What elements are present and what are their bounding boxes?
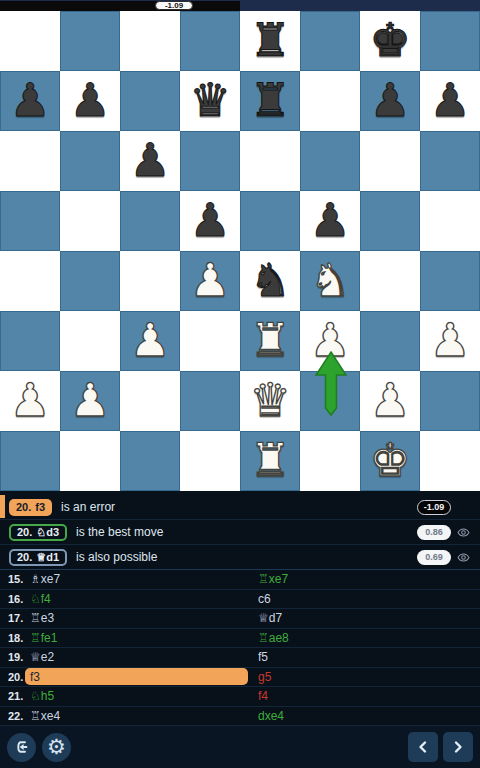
square-a7[interactable]: ♟ [0, 71, 60, 131]
black-pawn: ♟ [120, 131, 180, 191]
eval-score-pill: 0.69 [417, 550, 451, 565]
square-f8[interactable] [300, 11, 360, 71]
square-e1[interactable]: ♜ [240, 431, 300, 491]
move-list: 15.♗xe7♖xe716.♘f4c617.♖e3♕d718.♖fe1♖ae81… [0, 570, 480, 726]
assessment-row-1[interactable]: 20.f3is an error-1.09 [0, 495, 480, 520]
move-list-row: 16.♘f4c6 [0, 590, 480, 610]
square-a4[interactable] [0, 251, 60, 311]
move-assessment-panel: 20.f3is an error-1.0920.♘d3is the best m… [0, 491, 480, 570]
square-a6[interactable] [0, 131, 60, 191]
move-list-number: 18. [0, 632, 25, 644]
square-d2[interactable] [180, 371, 240, 431]
move-number: 20. [16, 501, 31, 513]
black-move[interactable]: g5 [253, 670, 271, 684]
square-g4[interactable] [360, 251, 420, 311]
square-b5[interactable] [60, 191, 120, 251]
square-a8[interactable] [0, 11, 60, 71]
white-move-cell: ♕e2 [25, 648, 253, 667]
square-g2[interactable]: ♟ [360, 371, 420, 431]
white-pawn: ♟ [420, 311, 480, 371]
black-move-cell: ♕d7 [253, 609, 480, 628]
white-pawn: ♟ [180, 251, 240, 311]
eye-icon [457, 526, 470, 539]
white-move-cell: ♖xe4 [25, 707, 253, 726]
white-move[interactable]: ♘f4 [25, 592, 51, 606]
square-b4[interactable] [60, 251, 120, 311]
move-list-row: 18.♖fe1♖ae8 [0, 629, 480, 649]
move-list-number: 22. [0, 710, 25, 722]
move-san: ♕d1 [36, 551, 59, 564]
black-pawn: ♟ [300, 191, 360, 251]
square-b8[interactable] [60, 11, 120, 71]
square-h6[interactable] [420, 131, 480, 191]
square-h8[interactable] [420, 11, 480, 71]
black-knight: ♞ [240, 251, 300, 311]
eval-score-pill: -1.09 [417, 500, 451, 515]
move-list-number: 21. [0, 690, 25, 702]
move-number: 20. [17, 551, 32, 563]
black-move[interactable]: c6 [253, 592, 271, 606]
move-badge[interactable]: 20.f3 [9, 499, 52, 516]
move-list-number: 17. [0, 612, 25, 624]
square-g6[interactable] [360, 131, 420, 191]
eval-bar-black-segment [0, 1, 240, 11]
square-f5[interactable]: ♟ [300, 191, 360, 251]
white-move[interactable]: ♗xe7 [25, 572, 60, 586]
move-list-row: 19.♕e2f5 [0, 648, 480, 668]
move-badge[interactable]: 20.♕d1 [9, 549, 67, 566]
show-line-button[interactable] [451, 551, 470, 564]
white-rook: ♜ [240, 431, 300, 491]
exit-icon [14, 739, 30, 755]
black-move-cell: ♖ae8 [253, 629, 480, 648]
square-a1[interactable] [0, 431, 60, 491]
black-move-cell: g5 [253, 668, 480, 687]
square-d3[interactable] [180, 311, 240, 371]
white-move-cell: ♘h5 [25, 687, 253, 706]
move-list-number: 20. [0, 671, 25, 683]
eye-icon [457, 551, 470, 564]
move-list-number: 19. [0, 651, 25, 663]
square-e3[interactable]: ♜ [240, 311, 300, 371]
square-f3[interactable]: ♟ [300, 311, 360, 371]
square-g7[interactable]: ♟ [360, 71, 420, 131]
black-move[interactable]: ♖ae8 [253, 631, 289, 645]
black-rook: ♜ [240, 71, 300, 131]
square-d6[interactable] [180, 131, 240, 191]
square-e2[interactable]: ♛ [240, 371, 300, 431]
square-d5[interactable]: ♟ [180, 191, 240, 251]
assessment-row-3[interactable]: 20.♕d1is also possible0.69 [0, 545, 480, 570]
square-c2[interactable] [120, 371, 180, 431]
black-pawn: ♟ [360, 71, 420, 131]
square-h7[interactable]: ♟ [420, 71, 480, 131]
square-b1[interactable] [60, 431, 120, 491]
settings-button[interactable]: ⚙ [42, 733, 71, 762]
square-e8[interactable]: ♜ [240, 11, 300, 71]
square-g3[interactable] [360, 311, 420, 371]
chevron-left-icon [415, 739, 431, 755]
black-move-cell: c6 [253, 590, 480, 609]
black-pawn: ♟ [420, 71, 480, 131]
square-d1[interactable] [180, 431, 240, 491]
black-move[interactable]: ♕d7 [253, 611, 282, 625]
chess-board: ♜♚♟♟♛♜♟♟♟♟♟♟♞♞♟♜♟♟♟♟♛♟♜♚ [0, 11, 480, 491]
square-c7[interactable] [120, 71, 180, 131]
move-san: f3 [35, 501, 45, 513]
square-g1[interactable]: ♚ [360, 431, 420, 491]
black-move-cell: f5 [253, 648, 480, 667]
square-d8[interactable] [180, 11, 240, 71]
black-move-cell: f4 [253, 687, 480, 706]
square-f2[interactable] [300, 371, 360, 431]
move-san: ♘d3 [36, 526, 59, 539]
black-move[interactable]: f4 [253, 689, 268, 703]
white-pawn: ♟ [120, 311, 180, 371]
square-d7[interactable]: ♛ [180, 71, 240, 131]
move-list-row: 21.♘h5f4 [0, 687, 480, 707]
assessment-row-2[interactable]: 20.♘d3is the best move0.86 [0, 520, 480, 545]
black-rook: ♜ [240, 11, 300, 71]
square-f1[interactable] [300, 431, 360, 491]
square-c5[interactable] [120, 191, 180, 251]
square-e7[interactable]: ♜ [240, 71, 300, 131]
error-accent-strip [0, 495, 5, 518]
black-king: ♚ [360, 11, 420, 71]
black-queen: ♛ [180, 71, 240, 131]
white-move[interactable]: f3 [25, 668, 248, 685]
square-g5[interactable] [360, 191, 420, 251]
square-f6[interactable] [300, 131, 360, 191]
square-h1[interactable] [420, 431, 480, 491]
square-b2[interactable]: ♟ [60, 371, 120, 431]
black-move[interactable]: f5 [253, 650, 268, 664]
white-king: ♚ [360, 431, 420, 491]
square-a3[interactable] [0, 311, 60, 371]
square-h3[interactable]: ♟ [420, 311, 480, 371]
white-pawn: ♟ [60, 371, 120, 431]
assessment-label: is an error [61, 500, 115, 514]
square-f4[interactable]: ♞ [300, 251, 360, 311]
board-area: ♜♚♟♟♛♜♟♟♟♟♟♟♞♞♟♜♟♟♟♟♛♟♜♚ [0, 11, 480, 491]
move-badge[interactable]: 20.♘d3 [9, 524, 67, 541]
square-e4[interactable]: ♞ [240, 251, 300, 311]
square-a5[interactable] [0, 191, 60, 251]
move-list-row: 20.f3g5 [0, 668, 480, 688]
white-move-cell: ♘f4 [25, 590, 253, 609]
square-c8[interactable] [120, 11, 180, 71]
square-a2[interactable]: ♟ [0, 371, 60, 431]
white-pawn: ♟ [0, 371, 60, 431]
previous-move-button[interactable] [408, 732, 438, 762]
black-move[interactable]: dxe4 [253, 709, 284, 723]
black-move-cell: ♖xe7 [253, 570, 480, 589]
white-move[interactable]: ♖fe1 [25, 631, 57, 645]
exit-review-button[interactable] [7, 733, 36, 762]
next-move-button[interactable] [443, 732, 473, 762]
square-c4[interactable] [120, 251, 180, 311]
square-h5[interactable] [420, 191, 480, 251]
white-rook: ♜ [240, 311, 300, 371]
white-knight: ♞ [300, 251, 360, 311]
move-list-number: 15. [0, 573, 25, 585]
move-number: 20. [17, 526, 32, 538]
square-g8[interactable]: ♚ [360, 11, 420, 71]
square-c6[interactable]: ♟ [120, 131, 180, 191]
square-b6[interactable] [60, 131, 120, 191]
eval-score-pill: 0.86 [417, 525, 451, 540]
white-move-cell: ♗xe7 [25, 570, 253, 589]
square-d4[interactable]: ♟ [180, 251, 240, 311]
square-h2[interactable] [420, 371, 480, 431]
white-pawn: ♟ [300, 311, 360, 371]
square-c1[interactable] [120, 431, 180, 491]
black-pawn: ♟ [60, 71, 120, 131]
white-move-cell: f3 [25, 668, 253, 687]
square-e5[interactable] [240, 191, 300, 251]
white-pawn: ♟ [360, 371, 420, 431]
square-c3[interactable]: ♟ [120, 311, 180, 371]
move-list-number: 16. [0, 593, 25, 605]
square-f7[interactable] [300, 71, 360, 131]
bottom-toolbar: ⚙ [0, 726, 480, 768]
black-move-cell: dxe4 [253, 707, 480, 726]
white-move-cell: ♖fe1 [25, 629, 253, 648]
eval-bar: -1.09 [0, 0, 480, 11]
show-line-button[interactable] [451, 526, 470, 539]
square-b3[interactable] [60, 311, 120, 371]
gear-icon: ⚙ [47, 737, 66, 758]
square-e6[interactable] [240, 131, 300, 191]
move-list-row: 22.♖xe4dxe4 [0, 707, 480, 727]
white-move[interactable]: ♖xe4 [25, 709, 60, 723]
white-move[interactable]: ♕e2 [25, 650, 54, 664]
move-list-row: 17.♖e3♕d7 [0, 609, 480, 629]
move-list-row: 15.♗xe7♖xe7 [0, 570, 480, 590]
white-move[interactable]: ♖e3 [25, 611, 54, 625]
chevron-right-icon [450, 739, 466, 755]
black-pawn: ♟ [0, 71, 60, 131]
eval-score-pill: -1.09 [155, 1, 193, 10]
black-move[interactable]: ♖xe7 [253, 572, 288, 586]
white-queen: ♛ [240, 371, 300, 431]
assessment-label: is the best move [76, 525, 163, 539]
white-move-cell: ♖e3 [25, 609, 253, 628]
square-b7[interactable]: ♟ [60, 71, 120, 131]
square-h4[interactable] [420, 251, 480, 311]
black-pawn: ♟ [180, 191, 240, 251]
white-move[interactable]: ♘h5 [25, 689, 54, 703]
analysis-screen: -1.09 ♜♚♟♟♛♜♟♟♟♟♟♟♞♞♟♜♟♟♟♟♛♟♜♚ 20.f3is a… [0, 0, 480, 768]
assessment-label: is also possible [76, 550, 157, 564]
